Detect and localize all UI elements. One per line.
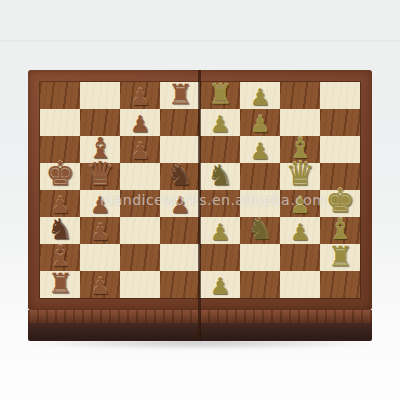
square-r4c7[interactable]: ♛ bbox=[280, 163, 320, 190]
square-r8c5[interactable]: ♟ bbox=[200, 271, 240, 298]
square-r2c6[interactable]: ♟ bbox=[240, 109, 280, 136]
square-r1c4[interactable]: ♜ bbox=[160, 82, 200, 109]
square-r4c3[interactable] bbox=[120, 163, 160, 190]
copper-pawn[interactable]: ♟ bbox=[130, 140, 151, 163]
square-r2c8[interactable] bbox=[320, 109, 360, 136]
square-r6c6[interactable]: ♞ bbox=[240, 217, 280, 244]
brass-pawn[interactable]: ♟ bbox=[210, 275, 231, 298]
square-r1c7[interactable] bbox=[280, 82, 320, 109]
square-r3c6[interactable]: ♟ bbox=[240, 136, 280, 163]
copper-king[interactable]: ♚ bbox=[45, 157, 75, 190]
square-r2c5[interactable]: ♟ bbox=[200, 109, 240, 136]
square-r2c1[interactable] bbox=[40, 109, 80, 136]
square-r2c3[interactable]: ♟ bbox=[120, 109, 160, 136]
square-r8c2[interactable]: ♟ bbox=[80, 271, 120, 298]
square-r2c4[interactable] bbox=[160, 109, 200, 136]
brass-knight[interactable]: ♞ bbox=[207, 161, 233, 190]
square-r6c5[interactable]: ♟ bbox=[200, 217, 240, 244]
square-r6c2[interactable]: ♟ bbox=[80, 217, 120, 244]
copper-pawn[interactable]: ♟ bbox=[90, 275, 111, 298]
brass-pawn[interactable]: ♟ bbox=[210, 221, 231, 244]
square-r4c1[interactable]: ♚ bbox=[40, 163, 80, 190]
square-r7c7[interactable] bbox=[280, 244, 320, 271]
square-r7c8[interactable]: ♜ bbox=[320, 244, 360, 271]
copper-pawn[interactable]: ♟ bbox=[90, 221, 111, 244]
square-r6c3[interactable] bbox=[120, 217, 160, 244]
square-r1c6[interactable]: ♟ bbox=[240, 82, 280, 109]
copper-rook[interactable]: ♜ bbox=[47, 270, 72, 298]
square-r3c3[interactable]: ♟ bbox=[120, 136, 160, 163]
square-r7c3[interactable] bbox=[120, 244, 160, 271]
square-r8c8[interactable] bbox=[320, 271, 360, 298]
square-r7c6[interactable] bbox=[240, 244, 280, 271]
square-r7c5[interactable] bbox=[200, 244, 240, 271]
square-r8c6[interactable] bbox=[240, 271, 280, 298]
square-r4c4[interactable]: ♞ bbox=[160, 163, 200, 190]
product-photo-scene: { "game": "chess", "scene": { "descripti… bbox=[0, 0, 400, 400]
square-r4c2[interactable]: ♛ bbox=[80, 163, 120, 190]
square-r6c4[interactable] bbox=[160, 217, 200, 244]
square-r7c2[interactable] bbox=[80, 244, 120, 271]
brass-pawn[interactable]: ♟ bbox=[290, 221, 311, 244]
square-r4c5[interactable]: ♞ bbox=[200, 163, 240, 190]
square-r3c8[interactable] bbox=[320, 136, 360, 163]
copper-rook[interactable]: ♜ bbox=[167, 81, 192, 109]
square-r8c3[interactable] bbox=[120, 271, 160, 298]
square-r1c8[interactable] bbox=[320, 82, 360, 109]
watermark: niandiceworks.en.alibaba.com bbox=[100, 192, 327, 208]
square-r8c7[interactable] bbox=[280, 271, 320, 298]
brass-rook[interactable]: ♜ bbox=[207, 81, 232, 109]
copper-pawn[interactable]: ♟ bbox=[130, 113, 151, 136]
square-r6c7[interactable]: ♟ bbox=[280, 217, 320, 244]
brass-knight[interactable]: ♞ bbox=[247, 215, 273, 244]
square-r1c1[interactable] bbox=[40, 82, 80, 109]
copper-queen[interactable]: ♛ bbox=[85, 157, 115, 190]
brass-pawn[interactable]: ♟ bbox=[250, 140, 271, 163]
copper-knight[interactable]: ♞ bbox=[167, 161, 193, 190]
brass-pawn[interactable]: ♟ bbox=[210, 113, 231, 136]
brass-pawn[interactable]: ♟ bbox=[250, 86, 271, 109]
square-r1c5[interactable]: ♜ bbox=[200, 82, 240, 109]
brass-rook[interactable]: ♜ bbox=[327, 243, 352, 271]
square-r1c2[interactable] bbox=[80, 82, 120, 109]
square-r1c3[interactable]: ♟ bbox=[120, 82, 160, 109]
brass-queen[interactable]: ♛ bbox=[285, 157, 315, 190]
brass-pawn[interactable]: ♟ bbox=[250, 113, 271, 136]
backdrop-wall-table-seam bbox=[0, 40, 400, 42]
square-r8c1[interactable]: ♜ bbox=[40, 271, 80, 298]
square-r4c6[interactable] bbox=[240, 163, 280, 190]
copper-pawn[interactable]: ♟ bbox=[130, 86, 151, 109]
square-r8c4[interactable] bbox=[160, 271, 200, 298]
square-r7c4[interactable] bbox=[160, 244, 200, 271]
